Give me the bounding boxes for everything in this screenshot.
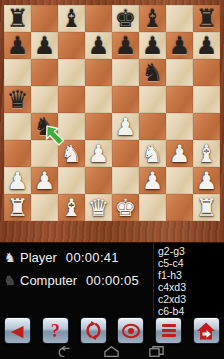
square-g3[interactable]: ♟ [166, 140, 193, 167]
square-h7[interactable]: ♟ [193, 32, 220, 59]
computer-time: 00:00:05 [86, 273, 139, 288]
android-navbar [0, 345, 224, 359]
info-panel: ♞ Player 00:00:41 ♞ Computer 00:00:05 g2… [0, 243, 224, 359]
house-icon [196, 321, 216, 341]
square-e6[interactable] [112, 59, 139, 86]
piece-white-pawn: ♟ [115, 113, 137, 140]
eye-icon [121, 321, 141, 341]
piece-black-pawn: ♟ [196, 32, 218, 59]
square-a4[interactable] [4, 113, 31, 140]
hint-button[interactable] [117, 317, 144, 344]
square-c5[interactable] [58, 86, 85, 113]
square-d3[interactable]: ♟ [85, 140, 112, 167]
square-f5[interactable] [139, 86, 166, 113]
piece-black-bishop: ♝ [142, 5, 164, 32]
square-e3[interactable] [112, 140, 139, 167]
chess-board: ♜♝♚♝♜♟♟♟♟♟♟♟♞♛♞♟♞♟♞♟♝♟♟♟♟♜♝♛♚♜ [4, 5, 220, 221]
piece-white-pawn: ♟ [7, 167, 29, 194]
back-button[interactable]: ◀ [4, 317, 31, 344]
square-b1[interactable] [31, 194, 58, 221]
piece-white-pawn: ♟ [169, 140, 191, 167]
piece-white-pawn: ♟ [196, 167, 218, 194]
player-name: Player [20, 250, 57, 265]
square-f4[interactable] [139, 113, 166, 140]
piece-white-bishop: ♝ [196, 140, 218, 167]
square-a5[interactable]: ♛ [4, 86, 31, 113]
piece-white-bishop: ♝ [61, 194, 83, 221]
move-entry: f1-h3 [158, 269, 224, 281]
piece-white-rook: ♜ [196, 194, 218, 221]
square-a3[interactable] [4, 140, 31, 167]
square-a7[interactable]: ♟ [4, 32, 31, 59]
piece-white-queen: ♛ [88, 194, 110, 221]
square-e7[interactable]: ♟ [112, 32, 139, 59]
rotate-button[interactable] [80, 317, 107, 344]
square-h4[interactable] [193, 113, 220, 140]
nav-home-icon[interactable] [104, 346, 119, 357]
square-f1[interactable] [139, 194, 166, 221]
nav-back-icon[interactable] [55, 346, 72, 357]
piece-black-pawn: ♟ [115, 32, 137, 59]
menu-button[interactable] [155, 317, 182, 344]
piece-black-pawn: ♟ [34, 32, 56, 59]
square-c8[interactable]: ♝ [58, 5, 85, 32]
square-h1[interactable]: ♜ [193, 194, 220, 221]
piece-black-rook: ♜ [196, 5, 218, 32]
square-e1[interactable]: ♚ [112, 194, 139, 221]
square-e8[interactable]: ♚ [112, 5, 139, 32]
square-f2[interactable]: ♟ [139, 167, 166, 194]
square-g8[interactable] [166, 5, 193, 32]
square-b8[interactable] [31, 5, 58, 32]
square-e5[interactable] [112, 86, 139, 113]
last-move-arrow-icon [43, 124, 67, 148]
piece-white-pawn: ♟ [142, 167, 164, 194]
piece-black-queen: ♛ [7, 86, 29, 113]
square-a6[interactable] [4, 59, 31, 86]
question-mark-icon: ? [51, 322, 60, 340]
white-knight-icon: ♞ [4, 251, 17, 264]
square-c6[interactable] [58, 59, 85, 86]
square-d5[interactable] [85, 86, 112, 113]
square-b2[interactable]: ♟ [31, 167, 58, 194]
square-f7[interactable]: ♟ [139, 32, 166, 59]
square-g1[interactable] [166, 194, 193, 221]
toolbar: ◀ ? [0, 316, 224, 345]
move-entry: g2-g3 [158, 245, 224, 257]
piece-black-rook: ♜ [7, 5, 29, 32]
square-a1[interactable]: ♜ [4, 194, 31, 221]
square-f8[interactable]: ♝ [139, 5, 166, 32]
piece-white-king: ♚ [115, 194, 137, 221]
square-h5[interactable] [193, 86, 220, 113]
square-c2[interactable] [58, 167, 85, 194]
board-frame: ♜♝♚♝♜♟♟♟♟♟♟♟♞♛♞♟♞♟♞♟♝♟♟♟♟♜♝♛♚♜ [0, 0, 224, 243]
home-button[interactable] [193, 317, 220, 344]
square-b6[interactable] [31, 59, 58, 86]
square-g5[interactable] [166, 86, 193, 113]
square-h6[interactable] [193, 59, 220, 86]
piece-black-pawn: ♟ [88, 32, 110, 59]
square-d2[interactable] [85, 167, 112, 194]
square-d1[interactable]: ♛ [85, 194, 112, 221]
square-g2[interactable] [166, 167, 193, 194]
menu-bars-icon [162, 324, 176, 337]
piece-white-knight: ♞ [142, 140, 164, 167]
piece-white-pawn: ♟ [34, 167, 56, 194]
move-list[interactable]: g2-g3 c5-c4 f1-h3 c4xd3 c2xd3 c6-b4 [153, 243, 224, 318]
computer-name: Computer [20, 273, 77, 288]
square-a8[interactable]: ♜ [4, 5, 31, 32]
square-b7[interactable]: ♟ [31, 32, 58, 59]
square-d4[interactable] [85, 113, 112, 140]
piece-black-pawn: ♟ [142, 32, 164, 59]
piece-black-pawn: ♟ [7, 32, 29, 59]
help-button[interactable]: ? [42, 317, 69, 344]
clocks: ♞ Player 00:00:41 ♞ Computer 00:00:05 [4, 250, 139, 296]
square-g6[interactable] [166, 59, 193, 86]
square-d8[interactable] [85, 5, 112, 32]
square-g7[interactable]: ♟ [166, 32, 193, 59]
move-entry: c5-c4 [158, 257, 224, 269]
square-c1[interactable]: ♝ [58, 194, 85, 221]
player-time: 00:00:41 [66, 250, 119, 265]
player-clock-row: ♞ Player 00:00:41 [4, 250, 139, 265]
piece-white-pawn: ♟ [88, 140, 110, 167]
black-knight-icon: ♞ [4, 274, 17, 287]
piece-black-knight: ♞ [142, 59, 164, 86]
square-d7[interactable]: ♟ [85, 32, 112, 59]
chess-app-screen: { "game": { "type": "chess", "position":… [0, 0, 224, 359]
square-e2[interactable] [112, 167, 139, 194]
piece-white-rook: ♜ [7, 194, 29, 221]
computer-clock-row: ♞ Computer 00:00:05 [4, 273, 139, 288]
square-c7[interactable] [58, 32, 85, 59]
move-entry: c4xd3 [158, 281, 224, 293]
square-b5[interactable] [31, 86, 58, 113]
move-entry: c2xd3 [158, 293, 224, 305]
rotate-arrows-icon [84, 321, 103, 340]
square-g4[interactable] [166, 113, 193, 140]
piece-black-king: ♚ [115, 5, 137, 32]
square-d6[interactable] [85, 59, 112, 86]
square-e4[interactable]: ♟ [112, 113, 139, 140]
square-h2[interactable]: ♟ [193, 167, 220, 194]
square-h8[interactable]: ♜ [193, 5, 220, 32]
square-f3[interactable]: ♞ [139, 140, 166, 167]
square-h3[interactable]: ♝ [193, 140, 220, 167]
piece-black-pawn: ♟ [169, 32, 191, 59]
square-a2[interactable]: ♟ [4, 167, 31, 194]
back-triangle-icon: ◀ [12, 323, 24, 338]
piece-black-bishop: ♝ [61, 5, 83, 32]
square-f6[interactable]: ♞ [139, 59, 166, 86]
nav-recents-icon[interactable] [149, 346, 164, 357]
